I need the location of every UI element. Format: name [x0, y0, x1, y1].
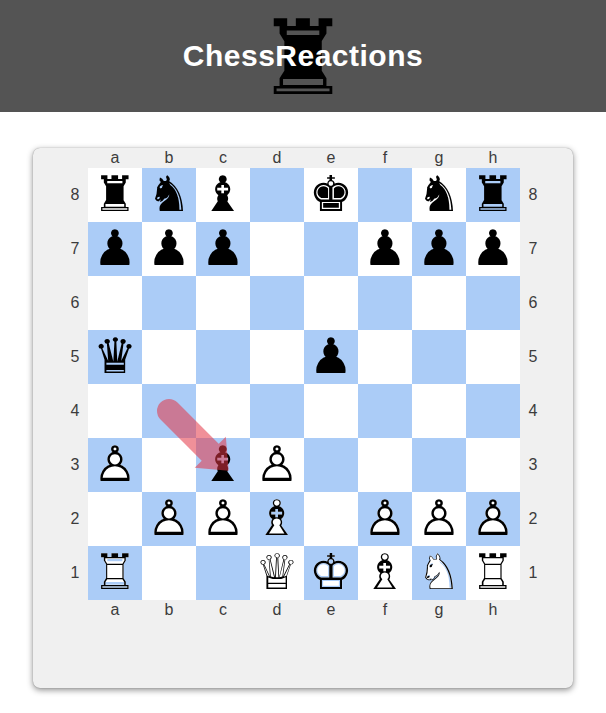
piece-white-bishop[interactable]: ♝♗ [250, 492, 304, 546]
file-label-b-bottom: b [142, 600, 196, 620]
piece-black-knight[interactable]: ♞ [142, 168, 196, 222]
app-header: ♜ ChessReactions [0, 0, 606, 112]
square-h1[interactable]: ♜♖ [466, 546, 520, 600]
square-e2[interactable] [304, 492, 358, 546]
piece-white-pawn[interactable]: ♟♙ [196, 492, 250, 546]
piece-black-bishop[interactable]: ♝ [196, 438, 250, 492]
white-pawn-outline: ♙ [88, 438, 142, 492]
square-d6[interactable] [250, 276, 304, 330]
square-b8[interactable]: ♞ [142, 168, 196, 222]
piece-black-pawn[interactable]: ♟ [466, 222, 520, 276]
square-e4[interactable] [304, 384, 358, 438]
square-g8[interactable]: ♞ [412, 168, 466, 222]
file-label-g-bottom: g [412, 600, 466, 620]
square-a7[interactable]: ♟ [88, 222, 142, 276]
rank-label-4-left: 4 [62, 384, 88, 438]
file-label-e-top: e [304, 148, 358, 168]
square-c4[interactable] [196, 384, 250, 438]
rank-label-6-left: 6 [62, 276, 88, 330]
piece-black-bishop[interactable]: ♝ [196, 168, 250, 222]
square-f3[interactable] [358, 438, 412, 492]
white-king-outline: ♔ [304, 546, 358, 600]
square-b4[interactable] [142, 384, 196, 438]
square-g2[interactable]: ♟♙ [412, 492, 466, 546]
square-d7[interactable] [250, 222, 304, 276]
rank-label-2-left: 2 [62, 492, 88, 546]
rank-label-7-right: 7 [520, 222, 546, 276]
square-a6[interactable] [88, 276, 142, 330]
square-h3[interactable] [466, 438, 520, 492]
piece-white-rook[interactable]: ♜♖ [466, 546, 520, 600]
square-f6[interactable] [358, 276, 412, 330]
square-e3[interactable] [304, 438, 358, 492]
piece-white-pawn[interactable]: ♟♙ [466, 492, 520, 546]
piece-black-pawn[interactable]: ♟ [196, 222, 250, 276]
piece-black-pawn[interactable]: ♟ [358, 222, 412, 276]
file-label-f-bottom: f [358, 600, 412, 620]
square-b3[interactable] [142, 438, 196, 492]
square-e7[interactable] [304, 222, 358, 276]
square-d8[interactable] [250, 168, 304, 222]
square-b1[interactable] [142, 546, 196, 600]
square-f7[interactable]: ♟ [358, 222, 412, 276]
square-d5[interactable] [250, 330, 304, 384]
square-d3[interactable]: ♟♙ [250, 438, 304, 492]
rank-label-3-left: 3 [62, 438, 88, 492]
file-labels-top: abcdefgh [88, 148, 520, 168]
file-label-d-bottom: d [250, 600, 304, 620]
square-b7[interactable]: ♟ [142, 222, 196, 276]
piece-white-bishop[interactable]: ♝♗ [358, 546, 412, 600]
white-queen-outline: ♕ [250, 546, 304, 600]
square-c8[interactable]: ♝ [196, 168, 250, 222]
square-e8[interactable]: ♚ [304, 168, 358, 222]
file-label-d-top: d [250, 148, 304, 168]
square-b5[interactable] [142, 330, 196, 384]
piece-white-pawn[interactable]: ♟♙ [412, 492, 466, 546]
rank-label-5-right: 5 [520, 330, 546, 384]
square-e6[interactable] [304, 276, 358, 330]
square-g4[interactable] [412, 384, 466, 438]
file-label-h-bottom: h [466, 600, 520, 620]
square-f1[interactable]: ♝♗ [358, 546, 412, 600]
square-h2[interactable]: ♟♙ [466, 492, 520, 546]
piece-white-pawn[interactable]: ♟♙ [88, 438, 142, 492]
square-a5[interactable]: ♛ [88, 330, 142, 384]
square-h6[interactable] [466, 276, 520, 330]
square-h4[interactable] [466, 384, 520, 438]
square-c6[interactable] [196, 276, 250, 330]
rank-labels-left: 87654321 [62, 168, 88, 600]
rank-label-1-right: 1 [520, 546, 546, 600]
file-labels-bottom: abcdefgh [88, 600, 520, 620]
file-label-f-top: f [358, 148, 412, 168]
file-label-a-top: a [88, 148, 142, 168]
piece-black-pawn[interactable]: ♟ [412, 222, 466, 276]
corner-bottom-right [520, 600, 546, 620]
square-h7[interactable]: ♟ [466, 222, 520, 276]
square-c2[interactable]: ♟♙ [196, 492, 250, 546]
square-c1[interactable] [196, 546, 250, 600]
white-rook-outline: ♖ [466, 546, 520, 600]
rank-label-1-left: 1 [62, 546, 88, 600]
square-e5[interactable]: ♟ [304, 330, 358, 384]
white-rook-outline: ♖ [88, 546, 142, 600]
board-card: abcdefgh 87654321 ♜♞♝♚♞♜♟♟♟♟♟♟♛♟♟♙♝♟♙♟♙♟… [33, 148, 573, 688]
square-g5[interactable] [412, 330, 466, 384]
piece-black-pawn[interactable]: ♟ [304, 330, 358, 384]
white-pawn-outline: ♙ [358, 492, 412, 546]
board-layout: abcdefgh 87654321 ♜♞♝♚♞♜♟♟♟♟♟♟♛♟♟♙♝♟♙♟♙♟… [62, 148, 546, 620]
piece-black-rook[interactable]: ♜ [466, 168, 520, 222]
piece-white-pawn[interactable]: ♟♙ [142, 492, 196, 546]
square-c5[interactable] [196, 330, 250, 384]
square-a3[interactable]: ♟♙ [88, 438, 142, 492]
rank-label-4-right: 4 [520, 384, 546, 438]
square-f4[interactable] [358, 384, 412, 438]
square-f5[interactable] [358, 330, 412, 384]
white-knight-outline: ♘ [412, 546, 466, 600]
white-pawn-outline: ♙ [466, 492, 520, 546]
file-label-b-top: b [142, 148, 196, 168]
square-f2[interactable]: ♟♙ [358, 492, 412, 546]
white-pawn-outline: ♙ [250, 438, 304, 492]
square-b6[interactable] [142, 276, 196, 330]
rank-label-3-right: 3 [520, 438, 546, 492]
piece-white-knight[interactable]: ♞♘ [412, 546, 466, 600]
square-f8[interactable] [358, 168, 412, 222]
square-g7[interactable]: ♟ [412, 222, 466, 276]
chess-board: ♜♞♝♚♞♜♟♟♟♟♟♟♛♟♟♙♝♟♙♟♙♟♙♝♗♟♙♟♙♟♙♜♖♛♕♚♔♝♗♞… [88, 168, 520, 600]
rank-label-8-left: 8 [62, 168, 88, 222]
square-a1[interactable]: ♜♖ [88, 546, 142, 600]
corner-bottom-left [62, 600, 88, 620]
piece-black-king[interactable]: ♚ [304, 168, 358, 222]
square-h8[interactable]: ♜ [466, 168, 520, 222]
square-d1[interactable]: ♛♕ [250, 546, 304, 600]
piece-white-pawn[interactable]: ♟♙ [358, 492, 412, 546]
piece-white-pawn[interactable]: ♟♙ [250, 438, 304, 492]
rank-label-7-left: 7 [62, 222, 88, 276]
piece-black-knight[interactable]: ♞ [412, 168, 466, 222]
piece-white-rook[interactable]: ♜♖ [88, 546, 142, 600]
file-label-h-top: h [466, 148, 520, 168]
piece-black-pawn[interactable]: ♟ [142, 222, 196, 276]
rank-label-6-right: 6 [520, 276, 546, 330]
square-b2[interactable]: ♟♙ [142, 492, 196, 546]
white-pawn-outline: ♙ [412, 492, 466, 546]
white-bishop-outline: ♗ [250, 492, 304, 546]
file-label-a-bottom: a [88, 600, 142, 620]
square-a8[interactable]: ♜ [88, 168, 142, 222]
rank-label-8-right: 8 [520, 168, 546, 222]
square-d2[interactable]: ♝♗ [250, 492, 304, 546]
piece-white-king[interactable]: ♚♔ [304, 546, 358, 600]
white-pawn-outline: ♙ [196, 492, 250, 546]
file-label-c-top: c [196, 148, 250, 168]
rank-labels-right: 87654321 [520, 168, 546, 600]
file-label-c-bottom: c [196, 600, 250, 620]
rank-label-2-right: 2 [520, 492, 546, 546]
square-c3[interactable]: ♝ [196, 438, 250, 492]
square-a4[interactable] [88, 384, 142, 438]
app-title: ChessReactions [0, 0, 606, 112]
square-e1[interactable]: ♚♔ [304, 546, 358, 600]
corner-top-left [62, 148, 88, 168]
square-h5[interactable] [466, 330, 520, 384]
file-label-e-bottom: e [304, 600, 358, 620]
piece-black-queen[interactable]: ♛ [88, 330, 142, 384]
rank-label-5-left: 5 [62, 330, 88, 384]
piece-black-rook[interactable]: ♜ [88, 168, 142, 222]
piece-white-queen[interactable]: ♛♕ [250, 546, 304, 600]
file-label-g-top: g [412, 148, 466, 168]
square-c7[interactable]: ♟ [196, 222, 250, 276]
square-g1[interactable]: ♞♘ [412, 546, 466, 600]
square-g3[interactable] [412, 438, 466, 492]
square-a2[interactable] [88, 492, 142, 546]
square-d4[interactable] [250, 384, 304, 438]
corner-top-right [520, 148, 546, 168]
piece-black-pawn[interactable]: ♟ [88, 222, 142, 276]
square-g6[interactable] [412, 276, 466, 330]
white-bishop-outline: ♗ [358, 546, 412, 600]
white-pawn-outline: ♙ [142, 492, 196, 546]
